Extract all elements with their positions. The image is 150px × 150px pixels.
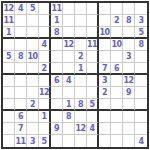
given-digit: 9	[54, 124, 59, 133]
given-digit: 8	[126, 16, 131, 25]
cell-r12c2[interactable]: 11	[15, 135, 27, 147]
cell-r3c8[interactable]	[87, 27, 99, 39]
cell-r3c1[interactable]: 1	[3, 27, 15, 39]
given-digit: 3	[126, 52, 131, 61]
given-digit: 7	[18, 124, 23, 133]
cell-r7c11[interactable]: 12	[123, 75, 135, 87]
cell-r10c1[interactable]	[3, 111, 15, 123]
cell-r12c1[interactable]	[3, 135, 15, 147]
given-digit: 10	[111, 40, 121, 49]
cell-r6c3[interactable]	[27, 63, 39, 75]
cell-r8c2[interactable]	[15, 87, 27, 99]
cell-r11c9[interactable]	[99, 123, 111, 135]
cell-r4c5[interactable]	[51, 39, 63, 51]
given-digit: 6	[18, 112, 23, 121]
sudoku-board: 1245111112831810541211108581023217664312…	[1, 1, 149, 149]
cell-r4c7[interactable]	[75, 39, 87, 51]
given-digit: 8	[54, 28, 59, 37]
given-digit: 1	[78, 64, 83, 73]
cell-r2c3[interactable]	[27, 15, 39, 27]
cell-r2c9[interactable]	[99, 15, 111, 27]
cell-r2c1[interactable]: 11	[3, 15, 15, 27]
cell-r7c2[interactable]	[15, 75, 27, 87]
cell-r4c3[interactable]	[27, 39, 39, 51]
given-digit: 4	[66, 76, 71, 85]
cell-r11c11[interactable]	[123, 123, 135, 135]
cell-r2c5[interactable]: 1	[51, 15, 63, 27]
given-digit: 1	[6, 28, 11, 37]
cell-r5c6[interactable]	[63, 51, 75, 63]
cell-r4c8[interactable]: 11	[87, 39, 99, 51]
cell-r12c4[interactable]: 5	[39, 135, 51, 147]
cell-r3c11[interactable]	[123, 27, 135, 39]
cell-r2c10[interactable]: 2	[111, 15, 123, 27]
given-digit: 6	[54, 76, 59, 85]
cell-r12c9[interactable]	[99, 135, 111, 147]
given-digit: 12	[3, 4, 13, 13]
cell-r9c6[interactable]: 1	[63, 99, 75, 111]
cell-r4c9[interactable]	[99, 39, 111, 51]
cell-r6c6[interactable]	[63, 63, 75, 75]
cell-r9c9[interactable]	[99, 99, 111, 111]
cell-r12c7[interactable]	[75, 135, 87, 147]
given-digit: 8	[138, 40, 143, 49]
cell-r1c10[interactable]	[111, 3, 123, 15]
given-digit: 10	[27, 52, 37, 61]
cell-r5c1[interactable]: 5	[3, 51, 15, 63]
cell-r4c4[interactable]: 4	[39, 39, 51, 51]
cell-r9c7[interactable]: 8	[75, 99, 87, 111]
cell-r11c12[interactable]	[135, 123, 147, 135]
cell-r1c2[interactable]: 4	[15, 3, 27, 15]
given-digit: 12	[63, 40, 73, 49]
given-digit: 2	[102, 88, 107, 97]
given-digit: 5	[89, 100, 94, 109]
cell-r3c10[interactable]	[111, 27, 123, 39]
cell-r2c12[interactable]: 3	[135, 15, 147, 27]
cell-r7c8[interactable]	[87, 75, 99, 87]
cell-r4c1[interactable]	[3, 39, 15, 51]
cell-r4c2[interactable]	[15, 39, 27, 51]
cell-r11c8[interactable]: 4	[87, 123, 99, 135]
cell-r8c11[interactable]: 9	[123, 87, 135, 99]
cell-r10c10[interactable]	[111, 111, 123, 123]
given-digit: 9	[126, 88, 131, 97]
cell-r8c6[interactable]	[63, 87, 75, 99]
cell-r10c7[interactable]	[75, 111, 87, 123]
cell-r10c3[interactable]	[27, 111, 39, 123]
cell-r4c12[interactable]: 8	[135, 39, 147, 51]
cell-r2c8[interactable]	[87, 15, 99, 27]
cell-r12c6[interactable]	[63, 135, 75, 147]
given-digit: 11	[51, 4, 61, 13]
cell-r6c5[interactable]	[51, 63, 63, 75]
cell-r6c8[interactable]	[87, 63, 99, 75]
cell-r1c12[interactable]	[135, 3, 147, 15]
cell-r8c4[interactable]: 12	[39, 87, 51, 99]
cell-r2c11[interactable]: 8	[123, 15, 135, 27]
cell-r2c6[interactable]	[63, 15, 75, 27]
cell-r3c7[interactable]	[75, 27, 87, 39]
cell-r10c12[interactable]	[135, 111, 147, 123]
cell-r9c5[interactable]	[51, 99, 63, 111]
cell-r11c5[interactable]: 9	[51, 123, 63, 135]
cell-r11c1[interactable]	[3, 123, 15, 135]
cell-r7c5[interactable]: 6	[51, 75, 63, 87]
cell-r9c4[interactable]	[39, 99, 51, 111]
cell-r11c2[interactable]: 7	[15, 123, 27, 135]
cell-r9c10[interactable]	[111, 99, 123, 111]
given-digit: 10	[99, 28, 109, 37]
cell-r9c2[interactable]	[15, 99, 27, 111]
given-digit: 4	[138, 137, 143, 146]
given-digit: 5	[30, 4, 35, 13]
cell-r10c5[interactable]	[51, 111, 63, 123]
cell-r4c11[interactable]	[123, 39, 135, 51]
cell-r7c10[interactable]	[111, 75, 123, 87]
given-digit: 12	[39, 88, 49, 97]
cell-r11c4[interactable]	[39, 123, 51, 135]
cell-r6c2[interactable]	[15, 63, 27, 75]
cell-r5c11[interactable]: 3	[123, 51, 135, 63]
cell-r2c4[interactable]	[39, 15, 51, 27]
cell-r5c5[interactable]	[51, 51, 63, 63]
cell-r7c1[interactable]	[3, 75, 15, 87]
given-digit: 4	[18, 4, 23, 13]
cell-r3c5[interactable]: 8	[51, 27, 63, 39]
cell-r6c9[interactable]: 7	[99, 63, 111, 75]
cell-r8c8[interactable]	[87, 87, 99, 99]
cell-r3c3[interactable]	[27, 27, 39, 39]
cell-r6c4[interactable]: 2	[39, 63, 51, 75]
cell-r6c10[interactable]: 6	[111, 63, 123, 75]
cell-r1c1[interactable]: 12	[3, 3, 15, 15]
cell-r2c7[interactable]	[75, 15, 87, 27]
given-digit: 12	[75, 124, 85, 133]
cell-r6c1[interactable]	[3, 63, 15, 75]
cell-r3c6[interactable]	[63, 27, 75, 39]
cell-r5c2[interactable]: 8	[15, 51, 27, 63]
cell-r9c1[interactable]	[3, 99, 15, 111]
cell-r9c11[interactable]	[123, 99, 135, 111]
cell-r10c2[interactable]: 6	[15, 111, 27, 123]
cell-r7c9[interactable]: 3	[99, 75, 111, 87]
cell-r3c12[interactable]: 5	[135, 27, 147, 39]
cell-r1c3[interactable]: 5	[27, 3, 39, 15]
given-digit: 2	[114, 16, 119, 25]
cell-r1c11[interactable]	[123, 3, 135, 15]
given-digit: 11	[3, 16, 13, 25]
given-digit: 8	[66, 112, 71, 121]
cell-r5c4[interactable]	[39, 51, 51, 63]
given-digit: 4	[41, 40, 46, 49]
given-digit: 4	[89, 124, 94, 133]
cell-r10c6[interactable]: 8	[63, 111, 75, 123]
cell-r4c6[interactable]: 12	[63, 39, 75, 51]
cell-r1c5[interactable]: 11	[51, 3, 63, 15]
cell-r8c5[interactable]	[51, 87, 63, 99]
given-digit: 2	[41, 64, 46, 73]
given-digit: 12	[123, 76, 133, 85]
given-digit: 6	[114, 64, 119, 73]
cell-r12c12[interactable]: 4	[135, 135, 147, 147]
cell-r1c7[interactable]	[75, 3, 87, 15]
cell-r10c9[interactable]	[99, 111, 111, 123]
given-digit: 2	[30, 100, 35, 109]
cell-r2c2[interactable]	[15, 15, 27, 27]
given-digit: 1	[54, 16, 59, 25]
cell-r1c8[interactable]	[87, 3, 99, 15]
cell-r5c12[interactable]	[135, 51, 147, 63]
given-digit: 7	[102, 64, 107, 73]
page: 1245111112831810541211108581023217664312…	[0, 0, 150, 150]
cell-r7c12[interactable]	[135, 75, 147, 87]
cell-r9c8[interactable]: 5	[87, 99, 99, 111]
cell-r8c10[interactable]	[111, 87, 123, 99]
given-digit: 3	[102, 76, 107, 85]
cell-r10c4[interactable]: 1	[39, 111, 51, 123]
given-digit: 3	[138, 16, 143, 25]
cell-r9c3[interactable]: 2	[27, 99, 39, 111]
given-digit: 8	[18, 52, 23, 61]
given-digit: 1	[66, 100, 71, 109]
cell-r7c4[interactable]	[39, 75, 51, 87]
given-digit: 3	[30, 137, 35, 146]
cell-r8c3[interactable]	[27, 87, 39, 99]
given-digit: 5	[41, 137, 46, 146]
cell-r5c9[interactable]	[99, 51, 111, 63]
cell-r10c8[interactable]	[87, 111, 99, 123]
cell-r6c11[interactable]	[123, 63, 135, 75]
given-digit: 11	[87, 40, 97, 49]
given-digit: 8	[78, 100, 83, 109]
cell-r12c3[interactable]: 3	[27, 135, 39, 147]
cell-r5c3[interactable]: 10	[27, 51, 39, 63]
cell-r12c10[interactable]	[111, 135, 123, 147]
cell-r6c12[interactable]	[135, 63, 147, 75]
cell-r7c6[interactable]: 4	[63, 75, 75, 87]
cell-r1c4[interactable]	[39, 3, 51, 15]
cell-r3c4[interactable]	[39, 27, 51, 39]
cell-r8c1[interactable]	[3, 87, 15, 99]
cell-r10c11[interactable]	[123, 111, 135, 123]
cell-r12c8[interactable]	[87, 135, 99, 147]
cell-r12c11[interactable]	[123, 135, 135, 147]
cell-r3c9[interactable]: 10	[99, 27, 111, 39]
cell-r1c6[interactable]	[63, 3, 75, 15]
cell-r11c6[interactable]	[63, 123, 75, 135]
cell-r12c5[interactable]	[51, 135, 63, 147]
cell-r8c12[interactable]	[135, 87, 147, 99]
cell-r5c8[interactable]	[87, 51, 99, 63]
cell-r5c10[interactable]	[111, 51, 123, 63]
cell-r11c7[interactable]: 12	[75, 123, 87, 135]
given-digit: 2	[78, 52, 83, 61]
given-digit: 11	[15, 137, 25, 146]
cell-r3c2[interactable]	[15, 27, 27, 39]
cell-r7c3[interactable]	[27, 75, 39, 87]
cell-r5c7[interactable]: 2	[75, 51, 87, 63]
cell-r11c3[interactable]	[27, 123, 39, 135]
given-digit: 1	[41, 112, 46, 121]
cell-r8c9[interactable]: 2	[99, 87, 111, 99]
cell-r11c10[interactable]	[111, 123, 123, 135]
cell-r7c7[interactable]	[75, 75, 87, 87]
cell-r6c7[interactable]: 1	[75, 63, 87, 75]
cell-r1c9[interactable]	[99, 3, 111, 15]
cell-r9c12[interactable]	[135, 99, 147, 111]
given-digit: 5	[6, 52, 11, 61]
given-digit: 5	[138, 28, 143, 37]
cell-r4c10[interactable]: 10	[111, 39, 123, 51]
cell-r8c7[interactable]	[75, 87, 87, 99]
